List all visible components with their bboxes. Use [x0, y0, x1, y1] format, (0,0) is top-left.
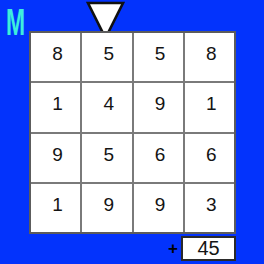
menu-m-button[interactable]: M: [6, 4, 25, 41]
grid-cell-r1c1[interactable]: 8: [31, 33, 80, 81]
grid-cell-r3c1[interactable]: 9: [31, 134, 80, 182]
sum-box: 45: [181, 236, 236, 261]
grid-cell-r1c3[interactable]: 5: [134, 33, 183, 81]
sum-plus-icon: +: [158, 238, 178, 260]
grid-cell-r1c4[interactable]: 8: [185, 33, 234, 81]
grid-cell-r2c1[interactable]: 1: [31, 83, 80, 131]
grid-cell-r4c1[interactable]: 1: [31, 184, 80, 232]
grid-cell-r2c4[interactable]: 1: [185, 83, 234, 131]
grid-cell-r4c2[interactable]: 9: [82, 184, 131, 232]
game-board-background: M 8 5 5 8 1 4 9 1 9 5 6 6 1 9 9 3 + 45: [0, 0, 264, 264]
grid-cell-r3c4[interactable]: 6: [185, 134, 234, 182]
grid-cell-r2c2[interactable]: 4: [82, 83, 131, 131]
number-grid: 8 5 5 8 1 4 9 1 9 5 6 6 1 9 9 3: [29, 31, 236, 234]
grid-cell-r3c2[interactable]: 5: [82, 134, 131, 182]
grid-cell-r4c4[interactable]: 3: [185, 184, 234, 232]
grid-cell-r2c3[interactable]: 9: [134, 83, 183, 131]
grid-cell-r1c2[interactable]: 5: [82, 33, 131, 81]
grid-cell-r4c3[interactable]: 9: [134, 184, 183, 232]
grid-cell-r3c3[interactable]: 6: [134, 134, 183, 182]
sum-value: 45: [197, 237, 219, 260]
